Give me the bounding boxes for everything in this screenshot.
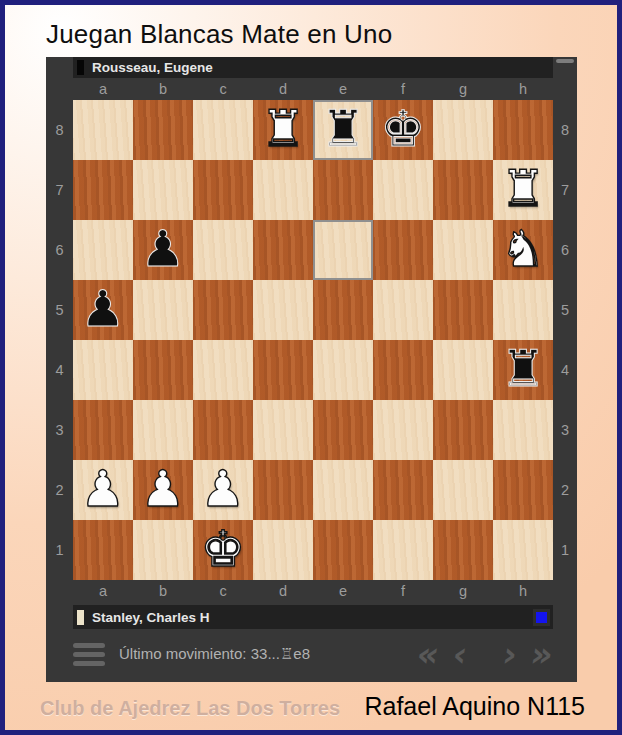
square-g7[interactable]: [433, 160, 493, 220]
chess-app-panel: Rousseau, Eugene abcdefgh8♜♜♚87♜76♟♞65♟5…: [46, 57, 577, 682]
square-e5[interactable]: [313, 280, 373, 340]
square-h1[interactable]: [493, 520, 553, 580]
square-b8[interactable]: [133, 100, 193, 160]
nav-first-button[interactable]: «: [414, 637, 442, 671]
square-c2[interactable]: ♟: [193, 460, 253, 520]
square-b6[interactable]: ♟: [133, 220, 193, 280]
rank-label-4-left: 4: [46, 340, 73, 400]
rank-label-6-left: 6: [46, 220, 73, 280]
rank-label-3-left: 3: [46, 400, 73, 460]
square-b5[interactable]: [133, 280, 193, 340]
square-a1[interactable]: [73, 520, 133, 580]
white-king-c1[interactable]: ♚: [201, 524, 246, 577]
page-title: Juegan Blancas Mate en Uno: [46, 17, 617, 51]
square-g5[interactable]: [433, 280, 493, 340]
square-c7[interactable]: [193, 160, 253, 220]
black-rook-h4[interactable]: ♜: [501, 344, 546, 397]
turn-indicator-dot: [536, 612, 547, 623]
file-label-h-bottom: h: [493, 580, 553, 602]
rank-label-7-right: 7: [553, 160, 577, 220]
square-d8[interactable]: ♜: [253, 100, 313, 160]
square-d4[interactable]: [253, 340, 313, 400]
file-label-e-top: e: [313, 78, 373, 100]
white-pawn-c2[interactable]: ♟: [201, 464, 246, 517]
square-b2[interactable]: ♟: [133, 460, 193, 520]
rank-label-3-right: 3: [553, 400, 577, 460]
nav-next-button[interactable]: ›: [500, 637, 520, 671]
rank-label-4-right: 4: [553, 340, 577, 400]
square-d1[interactable]: [253, 520, 313, 580]
square-d7[interactable]: [253, 160, 313, 220]
square-g1[interactable]: [433, 520, 493, 580]
rank-label-2-right: 2: [553, 460, 577, 520]
file-label-d-bottom: d: [253, 580, 313, 602]
last-move-text: Último movimiento: 33...♖e8: [119, 645, 310, 663]
square-b4[interactable]: [133, 340, 193, 400]
file-label-b-top: b: [133, 78, 193, 100]
player-bar-white: Stanley, Charles H: [73, 605, 553, 629]
square-f7[interactable]: [373, 160, 433, 220]
menu-icon: [73, 652, 105, 657]
file-label-d-top: d: [253, 78, 313, 100]
square-e6[interactable]: [313, 220, 373, 280]
player-name-black: Rousseau, Eugene: [92, 60, 213, 75]
file-label-a-bottom: a: [73, 580, 133, 602]
rank-label-8-left: 8: [46, 100, 73, 160]
square-e1[interactable]: [313, 520, 373, 580]
white-knight-h6[interactable]: ♞: [501, 224, 546, 277]
white-rook-d8[interactable]: ♜: [261, 104, 306, 157]
author-credit: Rafael Aquino N115: [364, 692, 585, 721]
rank-label-2-left: 2: [46, 460, 73, 520]
rank-label-5-right: 5: [553, 280, 577, 340]
black-pawn-b6[interactable]: ♟: [141, 224, 186, 277]
rank-label-5-left: 5: [46, 280, 73, 340]
square-c5[interactable]: [193, 280, 253, 340]
footer: Club de Ajedrez Las Dos Torres Rafael Aq…: [40, 692, 585, 721]
board-corner: [46, 78, 73, 100]
square-d6[interactable]: [253, 220, 313, 280]
square-d5[interactable]: [253, 280, 313, 340]
square-h2[interactable]: [493, 460, 553, 520]
square-a8[interactable]: [73, 100, 133, 160]
rank-label-6-right: 6: [553, 220, 577, 280]
square-b7[interactable]: [133, 160, 193, 220]
file-label-f-top: f: [373, 78, 433, 100]
square-a7[interactable]: [73, 160, 133, 220]
file-label-f-bottom: f: [373, 580, 433, 602]
board-corner: [553, 580, 577, 602]
square-b1[interactable]: [133, 520, 193, 580]
square-h4[interactable]: ♜: [493, 340, 553, 400]
square-h7[interactable]: ♜: [493, 160, 553, 220]
square-g3[interactable]: [433, 400, 493, 460]
square-f5[interactable]: [373, 280, 433, 340]
player-name-white: Stanley, Charles H: [92, 610, 210, 625]
square-e8[interactable]: ♜: [313, 100, 373, 160]
menu-icon: [73, 661, 105, 666]
club-watermark: Club de Ajedrez Las Dos Torres: [40, 697, 340, 720]
square-f1[interactable]: [373, 520, 433, 580]
square-f8[interactable]: ♚: [373, 100, 433, 160]
nav-last-button[interactable]: »: [528, 637, 556, 671]
file-label-e-bottom: e: [313, 580, 373, 602]
menu-button[interactable]: [73, 643, 105, 666]
white-pawn-b2[interactable]: ♟: [141, 464, 186, 517]
square-h6[interactable]: ♞: [493, 220, 553, 280]
square-f2[interactable]: [373, 460, 433, 520]
square-c1[interactable]: ♚: [193, 520, 253, 580]
square-c3[interactable]: [193, 400, 253, 460]
rank-label-1-right: 1: [553, 520, 577, 580]
square-e2[interactable]: [313, 460, 373, 520]
chess-board: abcdefgh8♜♜♚87♜76♟♞65♟54♜4332♟♟♟21♚1abcd…: [46, 78, 577, 602]
controls-bar: Último movimiento: 33...♖e8 « ‹ › »: [73, 637, 553, 671]
square-a2[interactable]: ♟: [73, 460, 133, 520]
file-label-g-top: g: [433, 78, 493, 100]
file-label-a-top: a: [73, 78, 133, 100]
square-g8[interactable]: [433, 100, 493, 160]
board-corner: [46, 580, 73, 602]
file-label-c-bottom: c: [193, 580, 253, 602]
menu-icon: [73, 643, 105, 648]
rank-label-1-left: 1: [46, 520, 73, 580]
file-label-b-bottom: b: [133, 580, 193, 602]
file-label-h-top: h: [493, 78, 553, 100]
square-g6[interactable]: [433, 220, 493, 280]
square-e7[interactable]: [313, 160, 373, 220]
square-a5[interactable]: ♟: [73, 280, 133, 340]
square-a6[interactable]: [73, 220, 133, 280]
white-rook-h7[interactable]: ♜: [501, 164, 546, 217]
square-h5[interactable]: [493, 280, 553, 340]
square-f4[interactable]: [373, 340, 433, 400]
scrollbar-thumb[interactable]: [556, 59, 574, 63]
black-color-marker-icon: [77, 60, 84, 75]
square-a3[interactable]: [73, 400, 133, 460]
square-c4[interactable]: [193, 340, 253, 400]
rank-label-8-right: 8: [553, 100, 577, 160]
square-e4[interactable]: [313, 340, 373, 400]
black-king-f8[interactable]: ♚: [381, 104, 426, 157]
square-g4[interactable]: [433, 340, 493, 400]
white-pawn-a2[interactable]: ♟: [81, 464, 126, 517]
file-label-c-top: c: [193, 78, 253, 100]
white-color-marker-icon: [77, 610, 84, 625]
black-pawn-a5[interactable]: ♟: [81, 284, 126, 337]
square-a4[interactable]: [73, 340, 133, 400]
square-b3[interactable]: [133, 400, 193, 460]
square-g2[interactable]: [433, 460, 493, 520]
nav-previous-button[interactable]: ‹: [450, 637, 470, 671]
square-d2[interactable]: [253, 460, 313, 520]
square-c8[interactable]: [193, 100, 253, 160]
turn-indicator: [533, 609, 550, 626]
board-corner: [553, 78, 577, 100]
move-navigation: « ‹ › »: [417, 637, 553, 671]
square-c6[interactable]: [193, 220, 253, 280]
file-label-g-bottom: g: [433, 580, 493, 602]
square-d3[interactable]: [253, 400, 313, 460]
black-rook-e8[interactable]: ♜: [321, 104, 366, 157]
player-bar-black: Rousseau, Eugene: [73, 57, 553, 78]
rank-label-7-left: 7: [46, 160, 73, 220]
square-h8[interactable]: [493, 100, 553, 160]
square-h3[interactable]: [493, 400, 553, 460]
square-f6[interactable]: [373, 220, 433, 280]
square-e3[interactable]: [313, 400, 373, 460]
square-f3[interactable]: [373, 400, 433, 460]
